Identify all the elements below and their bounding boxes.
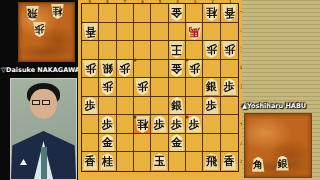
piece-sente-2f: 歩: [204, 97, 219, 114]
board-cell-7a: [117, 4, 134, 23]
board-cell-7f: [117, 97, 134, 116]
board-cell-8i: 桂: [99, 152, 116, 171]
hand-piece-sente: 角: [252, 157, 265, 172]
shogi-board: 987654321 金桂香香馬王歩歩歩銀歩金歩歩歩銀歩歩銀歩歩桂歩歩歩金金香桂玉…: [78, 0, 242, 180]
board-cell-3f: [186, 97, 203, 116]
board-cell-9f: 歩: [82, 97, 99, 116]
board-cell-4h: 金: [169, 134, 186, 153]
board-cell-9a: [82, 4, 99, 23]
gote-side-panel: 飛桂歩 ▽Daisuke NAKAGAWA: [0, 0, 78, 180]
hand-piece-sente: 銀: [276, 156, 289, 171]
board-cell-9c: [82, 41, 99, 60]
piece-gote-8e: 歩: [100, 78, 115, 95]
board-cell-2h: [203, 134, 220, 153]
sente-player-name: ▲Yoshiharu HABU: [242, 102, 320, 110]
piece-gote-7d: 歩: [117, 60, 132, 77]
board-cell-6a: [134, 4, 151, 23]
board-cell-8f: [99, 97, 116, 116]
gote-player-photo: [10, 78, 77, 180]
piece-sente-3g: 歩: [187, 116, 202, 133]
board-cell-7h: [117, 134, 134, 153]
board-cell-2f: 歩: [203, 97, 220, 116]
board-cell-5f: [151, 97, 168, 116]
piece-gote-1a: 香: [222, 4, 237, 21]
board-cell-1f: [221, 97, 238, 116]
sente-captured-tray: 角銀: [244, 113, 312, 178]
board-cell-6e: 歩: [134, 78, 151, 97]
board-cell-9e: [82, 78, 99, 97]
piece-sente-4h: 金: [169, 134, 184, 151]
tie-shape: [41, 147, 47, 179]
gote-player-name: ▽Daisuke NAKAGAWA: [1, 66, 78, 74]
board-grid: 金桂香香馬王歩歩歩銀歩金歩歩歩銀歩歩銀歩歩桂歩歩歩金金香桂玉飛香: [81, 3, 239, 172]
board-cell-9d: 歩: [82, 60, 99, 79]
board-cell-3e: [186, 78, 203, 97]
board-cell-4c: 王: [169, 41, 186, 60]
board-cell-8g: 歩: [99, 115, 116, 134]
board-cell-2c: 歩: [203, 41, 220, 60]
piece-sente-9f: 歩: [83, 97, 98, 114]
board-cell-5a: [151, 4, 168, 23]
piece-gote-4c: 王: [169, 41, 184, 58]
board-cell-6h: [134, 134, 151, 153]
hand-piece-gote: 桂: [51, 4, 64, 19]
board-cell-9b: 香: [82, 23, 99, 42]
board-cell-3d: 歩: [186, 60, 203, 79]
board-cell-3c: [186, 41, 203, 60]
piece-gote-4a: 金: [169, 4, 184, 21]
board-cell-3g: 歩: [186, 115, 203, 134]
board-cell-5d: [151, 60, 168, 79]
piece-sente-4g: 歩: [169, 116, 184, 133]
board-cell-7b: [117, 23, 134, 42]
board-cell-2e: 銀: [203, 78, 220, 97]
board-cell-1h: [221, 134, 238, 153]
hand-piece-gote: 歩: [33, 22, 46, 37]
piece-sente-8h: 金: [100, 134, 115, 151]
board-cell-8d: 銀: [99, 60, 116, 79]
star-point: [186, 59, 189, 62]
piece-gote-3b: 馬: [187, 23, 202, 40]
sente-side-panel: ▲Yoshiharu HABU 角銀: [242, 0, 320, 180]
piece-sente-1i: 香: [222, 153, 237, 170]
board-cell-9g: [82, 115, 99, 134]
piece-gote-1c: 歩: [222, 41, 237, 58]
board-cell-7g: [117, 115, 134, 134]
piece-gote-9d: 歩: [83, 60, 98, 77]
board-cell-7e: [117, 78, 134, 97]
board-cell-1a: 香: [221, 4, 238, 23]
board-cell-8a: [99, 4, 116, 23]
hand-piece-gote: 飛: [26, 6, 39, 21]
board-cell-4i: [169, 152, 186, 171]
board-cell-6i: [134, 152, 151, 171]
board-cell-2a: 桂: [203, 4, 220, 23]
board-cell-1d: [221, 60, 238, 79]
board-cell-4e: [169, 78, 186, 97]
board-cell-2i: 飛: [203, 152, 220, 171]
board-cell-8c: [99, 41, 116, 60]
board-cell-3h: [186, 134, 203, 153]
board-cell-2g: [203, 115, 220, 134]
board-cell-7c: [117, 41, 134, 60]
piece-gote-2a: 桂: [204, 4, 219, 21]
piece-sente-9i: 香: [83, 153, 98, 170]
board-cell-1b: [221, 23, 238, 42]
board-cell-9i: 香: [82, 152, 99, 171]
piece-gote-4d: 金: [169, 60, 184, 77]
board-cell-5g: 歩: [151, 115, 168, 134]
board-cell-9h: [82, 134, 99, 153]
piece-sente-2e: 銀: [204, 78, 219, 95]
board-cell-6c: [134, 41, 151, 60]
board-cell-5e: [151, 78, 168, 97]
piece-gote-2c: 歩: [204, 41, 219, 58]
piece-gote-6g: 桂: [135, 116, 150, 133]
board-cell-5h: [151, 134, 168, 153]
piece-sente-5g: 歩: [152, 116, 167, 133]
board-cell-6d: [134, 60, 151, 79]
board-cell-1i: 香: [221, 152, 238, 171]
piece-gote-6e: 歩: [135, 78, 150, 95]
board-cell-2d: [203, 60, 220, 79]
board-cell-4d: 金: [169, 60, 186, 79]
board-cell-5i: 玉: [151, 152, 168, 171]
piece-gote-9b: 香: [83, 23, 98, 40]
board-cell-8e: 歩: [99, 78, 116, 97]
board-cell-5c: [151, 41, 168, 60]
piece-sente-1e: 歩: [222, 78, 237, 95]
board-cell-1c: 歩: [221, 41, 238, 60]
gote-captured-tray: 飛桂歩: [18, 2, 75, 62]
board-cell-5b: [151, 23, 168, 42]
board-cell-1e: 歩: [221, 78, 238, 97]
board-cell-3a: [186, 4, 203, 23]
piece-gote-3d: 歩: [187, 60, 202, 77]
board-cell-4f: 銀: [169, 97, 186, 116]
board-cell-2b: [203, 23, 220, 42]
star-point: [133, 115, 136, 118]
piece-sente-8i: 桂: [100, 153, 115, 170]
board-cell-7d: 歩: [117, 60, 134, 79]
piece-gote-8d: 銀: [100, 60, 115, 77]
board-cell-7i: [117, 152, 134, 171]
board-cell-3i: [186, 152, 203, 171]
star-point: [133, 59, 136, 62]
board-cell-1g: [221, 115, 238, 134]
board-cell-3b: 馬: [186, 23, 203, 42]
piece-sente-4f: 銀: [169, 97, 184, 114]
board-cell-8h: 金: [99, 134, 116, 153]
broadcast-screen: 飛桂歩 ▽Daisuke NAKAGAWA 987654321 金桂香香馬王歩歩…: [0, 0, 320, 180]
piece-sente-2i: 飛: [204, 153, 219, 170]
board-cell-4g: 歩: [169, 115, 186, 134]
board-cell-4b: [169, 23, 186, 42]
piece-sente-5i: 玉: [152, 153, 167, 170]
board-cell-6g: 桂: [134, 115, 151, 134]
star-point: [186, 115, 189, 118]
glasses-shape: [32, 100, 50, 105]
piece-sente-8g: 歩: [100, 116, 115, 133]
board-cell-8b: [99, 23, 116, 42]
board-cell-6b: [134, 23, 151, 42]
board-cell-6f: [134, 97, 151, 116]
board-cell-4a: 金: [169, 4, 186, 23]
